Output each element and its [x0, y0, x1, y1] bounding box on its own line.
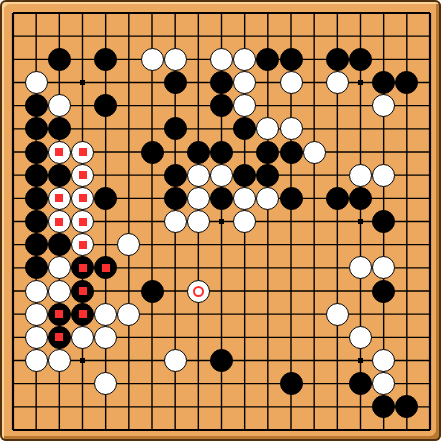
black-stone: [48, 48, 71, 71]
white-stone: [71, 326, 94, 349]
black-stone: [25, 233, 48, 256]
star-point: [80, 80, 85, 85]
black-stone: [349, 372, 372, 395]
white-stone: [48, 256, 71, 279]
red-square-marker: [79, 194, 87, 202]
black-stone: [71, 280, 94, 303]
black-stone: [256, 164, 279, 187]
white-stone: [210, 48, 233, 71]
white-stone: [141, 48, 164, 71]
red-square-marker: [55, 194, 63, 202]
white-stone: [372, 349, 395, 372]
white-stone: [233, 48, 256, 71]
white-stone: [25, 280, 48, 303]
white-stone: [280, 117, 303, 140]
white-stone: [164, 48, 187, 71]
star-point: [219, 219, 224, 224]
white-stone: [48, 187, 71, 210]
black-stone: [349, 48, 372, 71]
black-stone: [349, 187, 372, 210]
white-stone: [233, 71, 256, 94]
red-square-marker: [55, 333, 63, 341]
white-stone: [25, 349, 48, 372]
red-square-marker: [102, 264, 110, 272]
black-stone: [280, 372, 303, 395]
red-circle-marker: [193, 286, 204, 297]
white-stone: [349, 326, 372, 349]
black-stone: [141, 280, 164, 303]
star-point: [358, 80, 363, 85]
red-square-marker: [79, 241, 87, 249]
black-stone: [164, 164, 187, 187]
black-stone: [164, 71, 187, 94]
white-stone: [233, 210, 256, 233]
black-stone: [210, 141, 233, 164]
black-stone: [210, 349, 233, 372]
black-stone: [94, 48, 117, 71]
black-stone: [25, 256, 48, 279]
white-stone: [25, 71, 48, 94]
white-stone: [187, 187, 210, 210]
white-stone: [94, 303, 117, 326]
black-stone: [48, 164, 71, 187]
star-point: [80, 358, 85, 363]
white-stone: [48, 94, 71, 117]
star-point: [358, 219, 363, 224]
black-stone: [280, 187, 303, 210]
black-stone: [326, 48, 349, 71]
red-square-marker: [79, 171, 87, 179]
black-stone: [372, 71, 395, 94]
white-stone: [71, 141, 94, 164]
black-stone: [372, 210, 395, 233]
white-stone: [372, 164, 395, 187]
star-point: [358, 358, 363, 363]
red-square-marker: [79, 148, 87, 156]
black-stone: [280, 141, 303, 164]
white-stone: [164, 210, 187, 233]
black-stone: [141, 141, 164, 164]
white-stone: [71, 164, 94, 187]
white-stone: [71, 210, 94, 233]
white-stone: [326, 303, 349, 326]
black-stone: [280, 48, 303, 71]
black-stone: [187, 141, 210, 164]
white-stone: [71, 233, 94, 256]
red-square-marker: [55, 218, 63, 226]
red-square-marker: [55, 148, 63, 156]
white-stone: [48, 349, 71, 372]
white-stone: [210, 164, 233, 187]
white-stone: [25, 303, 48, 326]
white-stone: [187, 210, 210, 233]
white-stone: [280, 71, 303, 94]
red-square-marker: [79, 287, 87, 295]
black-stone: [25, 117, 48, 140]
red-square-marker: [79, 264, 87, 272]
black-stone: [256, 48, 279, 71]
black-stone: [233, 164, 256, 187]
black-stone: [210, 71, 233, 94]
black-stone: [94, 187, 117, 210]
black-stone: [372, 280, 395, 303]
red-square-marker: [79, 310, 87, 318]
white-stone: [187, 164, 210, 187]
black-stone: [210, 94, 233, 117]
go-board[interactable]: [0, 0, 441, 441]
red-square-marker: [79, 218, 87, 226]
white-stone: [48, 210, 71, 233]
black-stone: [25, 187, 48, 210]
black-stone: [48, 117, 71, 140]
black-stone: [71, 303, 94, 326]
black-stone: [256, 141, 279, 164]
white-stone: [25, 326, 48, 349]
white-stone: [326, 71, 349, 94]
black-stone: [48, 326, 71, 349]
white-stone: [164, 349, 187, 372]
black-stone: [48, 303, 71, 326]
white-stone: [48, 141, 71, 164]
go-diagram: [0, 0, 441, 441]
white-stone: [48, 280, 71, 303]
black-stone: [25, 141, 48, 164]
white-stone: [117, 303, 140, 326]
white-stone: [303, 141, 326, 164]
white-stone: [94, 326, 117, 349]
black-stone: [326, 187, 349, 210]
white-stone: [349, 164, 372, 187]
white-stone: [71, 187, 94, 210]
black-stone: [210, 187, 233, 210]
black-stone: [48, 233, 71, 256]
black-stone: [25, 94, 48, 117]
red-square-marker: [55, 310, 63, 318]
black-stone: [25, 164, 48, 187]
white-stone: [187, 280, 210, 303]
white-stone: [233, 187, 256, 210]
black-stone: [25, 210, 48, 233]
black-stone: [164, 187, 187, 210]
white-stone: [256, 187, 279, 210]
black-stone: [164, 117, 187, 140]
